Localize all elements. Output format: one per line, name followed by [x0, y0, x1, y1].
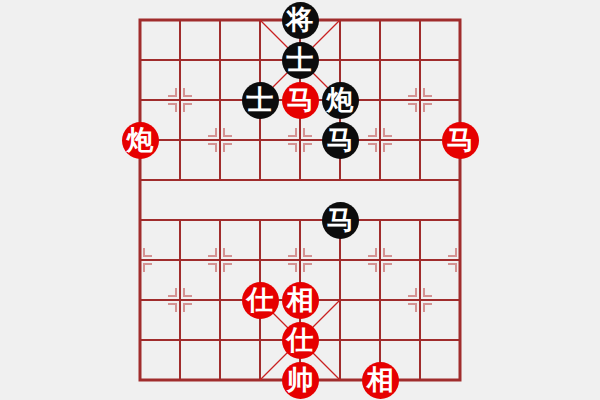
intersection-g6[interactable]	[360, 120, 400, 160]
intersection-e9[interactable]: 将	[280, 0, 320, 40]
intersection-h1[interactable]	[400, 320, 440, 360]
intersection-i4[interactable]	[440, 200, 480, 240]
intersection-b1[interactable]	[160, 320, 200, 360]
intersection-a2[interactable]	[120, 280, 160, 320]
intersection-f9[interactable]	[320, 0, 360, 40]
intersection-e5[interactable]	[280, 160, 320, 200]
intersection-g9[interactable]	[360, 0, 400, 40]
intersection-c7[interactable]	[200, 80, 240, 120]
intersection-a4[interactable]	[120, 200, 160, 240]
intersection-i7[interactable]	[440, 80, 480, 120]
board-intersections: 将士士马炮炮马马马仕相仕帅相	[120, 0, 480, 400]
red-advisor-1[interactable]: 仕	[242, 282, 279, 319]
intersection-g8[interactable]	[360, 40, 400, 80]
intersection-i5[interactable]	[440, 160, 480, 200]
black-advisor-1[interactable]: 士	[282, 42, 319, 79]
intersection-e2[interactable]: 相	[280, 280, 320, 320]
red-elephant-1[interactable]: 相	[282, 282, 319, 319]
red-horse-1[interactable]: 马	[282, 82, 319, 119]
intersection-g0[interactable]: 相	[360, 360, 400, 400]
intersection-f3[interactable]	[320, 240, 360, 280]
black-general[interactable]: 将	[282, 2, 319, 39]
intersection-b7[interactable]	[160, 80, 200, 120]
intersection-a0[interactable]	[120, 360, 160, 400]
intersection-d9[interactable]	[240, 0, 280, 40]
intersection-c6[interactable]	[200, 120, 240, 160]
intersection-h3[interactable]	[400, 240, 440, 280]
intersection-b5[interactable]	[160, 160, 200, 200]
intersection-d1[interactable]	[240, 320, 280, 360]
intersection-h9[interactable]	[400, 0, 440, 40]
intersection-f1[interactable]	[320, 320, 360, 360]
intersection-e6[interactable]	[280, 120, 320, 160]
intersection-d3[interactable]	[240, 240, 280, 280]
intersection-b2[interactable]	[160, 280, 200, 320]
intersection-h4[interactable]	[400, 200, 440, 240]
intersection-d5[interactable]	[240, 160, 280, 200]
intersection-g4[interactable]	[360, 200, 400, 240]
intersection-a3[interactable]	[120, 240, 160, 280]
intersection-h5[interactable]	[400, 160, 440, 200]
intersection-a1[interactable]	[120, 320, 160, 360]
black-horse-2[interactable]: 马	[322, 202, 359, 239]
red-cannon[interactable]: 炮	[122, 122, 159, 159]
intersection-h7[interactable]	[400, 80, 440, 120]
intersection-h2[interactable]	[400, 280, 440, 320]
black-advisor-2[interactable]: 士	[242, 82, 279, 119]
intersection-f5[interactable]	[320, 160, 360, 200]
intersection-d4[interactable]	[240, 200, 280, 240]
intersection-d8[interactable]	[240, 40, 280, 80]
screenshot-root: 将士士马炮炮马马马仕相仕帅相	[0, 0, 600, 400]
intersection-i6[interactable]: 马	[440, 120, 480, 160]
intersection-c3[interactable]	[200, 240, 240, 280]
black-cannon[interactable]: 炮	[322, 82, 359, 119]
intersection-c0[interactable]	[200, 360, 240, 400]
intersection-b4[interactable]	[160, 200, 200, 240]
intersection-i2[interactable]	[440, 280, 480, 320]
intersection-a8[interactable]	[120, 40, 160, 80]
intersection-f8[interactable]	[320, 40, 360, 80]
intersection-f6[interactable]: 马	[320, 120, 360, 160]
intersection-f4[interactable]: 马	[320, 200, 360, 240]
intersection-e8[interactable]: 士	[280, 40, 320, 80]
intersection-h6[interactable]	[400, 120, 440, 160]
intersection-b9[interactable]	[160, 0, 200, 40]
intersection-f0[interactable]	[320, 360, 360, 400]
intersection-i9[interactable]	[440, 0, 480, 40]
intersection-g3[interactable]	[360, 240, 400, 280]
intersection-d6[interactable]	[240, 120, 280, 160]
intersection-d0[interactable]	[240, 360, 280, 400]
intersection-d2[interactable]: 仕	[240, 280, 280, 320]
intersection-i8[interactable]	[440, 40, 480, 80]
intersection-e7[interactable]: 马	[280, 80, 320, 120]
red-advisor-2[interactable]: 仕	[282, 322, 319, 359]
red-elephant-2[interactable]: 相	[362, 362, 399, 399]
intersection-c8[interactable]	[200, 40, 240, 80]
intersection-g2[interactable]	[360, 280, 400, 320]
intersection-d7[interactable]: 士	[240, 80, 280, 120]
intersection-a5[interactable]	[120, 160, 160, 200]
intersection-e3[interactable]	[280, 240, 320, 280]
intersection-a9[interactable]	[120, 0, 160, 40]
intersection-h0[interactable]	[400, 360, 440, 400]
intersection-e0[interactable]: 帅	[280, 360, 320, 400]
intersection-f7[interactable]: 炮	[320, 80, 360, 120]
red-general[interactable]: 帅	[282, 362, 319, 399]
intersection-e1[interactable]: 仕	[280, 320, 320, 360]
xiangqi-board: 将士士马炮炮马马马仕相仕帅相	[120, 0, 480, 400]
intersection-a6[interactable]: 炮	[120, 120, 160, 160]
intersection-f2[interactable]	[320, 280, 360, 320]
red-horse-2[interactable]: 马	[442, 122, 479, 159]
black-horse-1[interactable]: 马	[322, 122, 359, 159]
intersection-c9[interactable]	[200, 0, 240, 40]
intersection-c1[interactable]	[200, 320, 240, 360]
intersection-i3[interactable]	[440, 240, 480, 280]
intersection-g5[interactable]	[360, 160, 400, 200]
intersection-b0[interactable]	[160, 360, 200, 400]
intersection-b6[interactable]	[160, 120, 200, 160]
intersection-i1[interactable]	[440, 320, 480, 360]
intersection-g1[interactable]	[360, 320, 400, 360]
intersection-e4[interactable]	[280, 200, 320, 240]
intersection-i0[interactable]	[440, 360, 480, 400]
intersection-c2[interactable]	[200, 280, 240, 320]
intersection-h8[interactable]	[400, 40, 440, 80]
intersection-b8[interactable]	[160, 40, 200, 80]
intersection-c4[interactable]	[200, 200, 240, 240]
intersection-b3[interactable]	[160, 240, 200, 280]
intersection-g7[interactable]	[360, 80, 400, 120]
intersection-a7[interactable]	[120, 80, 160, 120]
intersection-c5[interactable]	[200, 160, 240, 200]
